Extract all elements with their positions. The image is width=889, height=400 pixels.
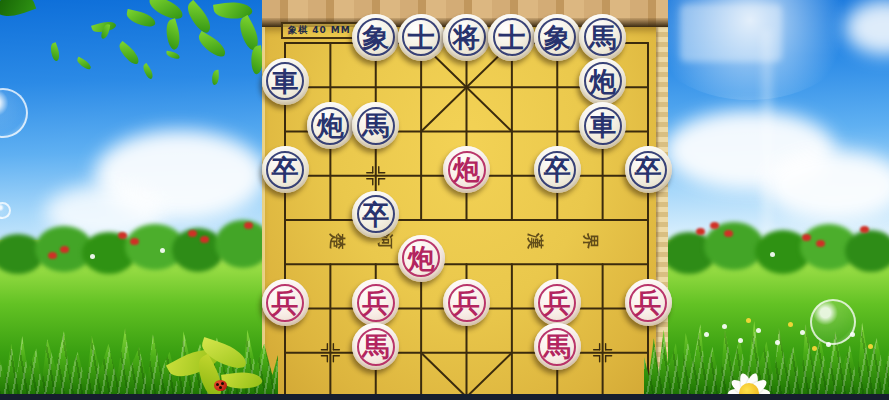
- piece-character: 馬: [362, 112, 389, 139]
- scene: 象棋 40 MM 楚 河 漢 界 象士将士象馬車炮炮馬車卒炮卒卒卒炮兵兵兵兵兵馬…: [0, 0, 889, 400]
- piece-black-馬[interactable]: 馬: [579, 14, 626, 61]
- piece-red-炮[interactable]: 炮: [398, 235, 445, 282]
- piece-black-車[interactable]: 車: [262, 58, 309, 105]
- piece-black-士[interactable]: 士: [398, 14, 445, 61]
- piece-black-象[interactable]: 象: [352, 14, 399, 61]
- piece-character: 将: [453, 24, 480, 51]
- piece-black-車[interactable]: 車: [579, 102, 626, 149]
- piece-character: 象: [544, 24, 571, 51]
- piece-red-兵[interactable]: 兵: [352, 279, 399, 326]
- piece-character: 士: [498, 24, 525, 51]
- piece-character: 卒: [362, 201, 389, 228]
- pieces-layer: 象士将士象馬車炮炮馬車卒炮卒卒卒炮兵兵兵兵兵馬馬: [262, 0, 668, 400]
- bottom-border-bar: [0, 394, 889, 400]
- piece-character: 炮: [453, 156, 480, 183]
- piece-black-馬[interactable]: 馬: [352, 102, 399, 149]
- piece-character: 兵: [362, 289, 389, 316]
- piece-character: 士: [408, 24, 435, 51]
- piece-character: 兵: [635, 289, 662, 316]
- piece-character: 兵: [544, 289, 571, 316]
- piece-black-卒[interactable]: 卒: [625, 146, 672, 193]
- piece-character: 象: [362, 24, 389, 51]
- piece-red-炮[interactable]: 炮: [443, 146, 490, 193]
- piece-character: 馬: [589, 24, 616, 51]
- piece-red-兵[interactable]: 兵: [443, 279, 490, 326]
- piece-black-炮[interactable]: 炮: [307, 102, 354, 149]
- piece-character: 車: [589, 112, 616, 139]
- piece-black-卒[interactable]: 卒: [352, 191, 399, 238]
- piece-black-将[interactable]: 将: [443, 14, 490, 61]
- piece-character: 兵: [272, 289, 299, 316]
- piece-red-兵[interactable]: 兵: [262, 279, 309, 326]
- piece-red-兵[interactable]: 兵: [625, 279, 672, 326]
- piece-character: 卒: [272, 156, 299, 183]
- ladybug: [214, 380, 227, 391]
- piece-black-士[interactable]: 士: [488, 14, 535, 61]
- piece-character: 卒: [635, 156, 662, 183]
- piece-character: 兵: [453, 289, 480, 316]
- piece-character: 卒: [544, 156, 571, 183]
- piece-character: 炮: [317, 112, 344, 139]
- piece-red-兵[interactable]: 兵: [534, 279, 581, 326]
- bubble: [810, 299, 856, 345]
- piece-character: 馬: [362, 333, 389, 360]
- piece-red-馬[interactable]: 馬: [352, 323, 399, 370]
- piece-character: 車: [272, 68, 299, 95]
- piece-black-卒[interactable]: 卒: [534, 146, 581, 193]
- piece-black-卒[interactable]: 卒: [262, 146, 309, 193]
- piece-character: 炮: [408, 245, 435, 272]
- piece-black-象[interactable]: 象: [534, 14, 581, 61]
- treeline-right: [660, 212, 889, 268]
- board-photo: 象棋 40 MM 楚 河 漢 界 象士将士象馬車炮炮馬車卒炮卒卒卒炮兵兵兵兵兵馬…: [262, 0, 668, 400]
- piece-character: 馬: [544, 333, 571, 360]
- piece-red-馬[interactable]: 馬: [534, 323, 581, 370]
- daisy-flower: [705, 352, 793, 400]
- treeline-left: [0, 212, 268, 268]
- piece-character: 炮: [589, 68, 616, 95]
- piece-black-炮[interactable]: 炮: [579, 58, 626, 105]
